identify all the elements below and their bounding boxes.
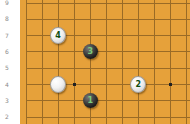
board-intersection[interactable] xyxy=(162,0,178,11)
board-intersection[interactable] xyxy=(130,0,146,11)
board-intersection[interactable] xyxy=(66,27,82,43)
board-intersection[interactable]: 3 xyxy=(82,44,98,60)
board-intersection[interactable] xyxy=(18,0,34,11)
board-intersection[interactable] xyxy=(18,44,34,60)
board-intersection[interactable] xyxy=(162,11,178,27)
board-intersection[interactable] xyxy=(178,11,190,27)
star-point xyxy=(169,83,172,86)
board-intersection[interactable] xyxy=(146,0,162,11)
board-intersection[interactable]: 1 xyxy=(82,93,98,109)
coord-label-row-7: 7 xyxy=(0,32,14,40)
board-intersection[interactable] xyxy=(18,27,34,43)
board-intersection[interactable] xyxy=(82,76,98,92)
coord-label-row-6: 6 xyxy=(0,48,14,56)
board-intersection[interactable] xyxy=(178,27,190,43)
board-intersection[interactable] xyxy=(114,27,130,43)
coord-label-row-8: 8 xyxy=(0,15,14,23)
coord-label-row-2: 2 xyxy=(0,113,14,121)
coord-label-row-9: 9 xyxy=(0,0,14,7)
board-intersection[interactable] xyxy=(98,0,114,11)
board-intersection[interactable]: 4 xyxy=(50,27,66,43)
white-stone-4-C7[interactable]: 4 xyxy=(50,27,66,44)
board-intersection[interactable] xyxy=(18,93,34,109)
board-intersection[interactable] xyxy=(50,0,66,11)
board-intersection[interactable] xyxy=(146,11,162,27)
board-intersection[interactable] xyxy=(162,93,178,109)
board-intersection[interactable] xyxy=(162,76,178,92)
board-intersection[interactable] xyxy=(18,109,34,124)
board-intersection[interactable] xyxy=(34,27,50,43)
board-intersection[interactable] xyxy=(82,0,98,11)
board-intersection[interactable] xyxy=(146,109,162,124)
board-intersection[interactable] xyxy=(18,60,34,76)
board-intersection[interactable] xyxy=(50,93,66,109)
coordinate-gutter: 98765432 xyxy=(0,0,20,124)
board-intersection[interactable] xyxy=(146,93,162,109)
board-intersection[interactable] xyxy=(162,109,178,124)
black-stone-3-E6[interactable]: 3 xyxy=(83,44,98,59)
go-board-diagram: 4321 98765432 xyxy=(0,0,190,124)
board-intersection[interactable] xyxy=(114,0,130,11)
board-intersection[interactable] xyxy=(98,76,114,92)
board-intersection[interactable] xyxy=(114,109,130,124)
coord-label-row-5: 5 xyxy=(0,64,14,72)
board-intersection[interactable] xyxy=(130,11,146,27)
board-intersection[interactable] xyxy=(50,109,66,124)
board-intersection[interactable] xyxy=(146,76,162,92)
board-intersection[interactable] xyxy=(178,93,190,109)
board-intersection[interactable] xyxy=(82,60,98,76)
board-intersection[interactable] xyxy=(178,0,190,11)
board-intersection[interactable] xyxy=(130,93,146,109)
board-intersection[interactable] xyxy=(146,27,162,43)
board-intersection[interactable] xyxy=(130,27,146,43)
board-intersection[interactable] xyxy=(66,11,82,27)
board-intersection[interactable] xyxy=(114,44,130,60)
board-intersection[interactable] xyxy=(98,11,114,27)
board-intersection[interactable] xyxy=(34,11,50,27)
board-intersection[interactable] xyxy=(50,76,66,92)
board-intersection[interactable] xyxy=(82,109,98,124)
board-intersection[interactable] xyxy=(50,11,66,27)
board-intersection[interactable] xyxy=(66,44,82,60)
board-intersection[interactable] xyxy=(178,76,190,92)
board-intersection[interactable] xyxy=(98,109,114,124)
board-intersection[interactable] xyxy=(130,109,146,124)
board-grid: 4321 xyxy=(18,0,190,124)
board-intersection[interactable] xyxy=(66,76,82,92)
board-intersection[interactable] xyxy=(178,44,190,60)
board-intersection[interactable] xyxy=(162,60,178,76)
board-intersection[interactable] xyxy=(34,44,50,60)
board-intersection[interactable] xyxy=(34,109,50,124)
board-intersection[interactable] xyxy=(130,60,146,76)
board-intersection[interactable] xyxy=(146,44,162,60)
board-intersection[interactable] xyxy=(98,93,114,109)
board-intersection[interactable] xyxy=(34,76,50,92)
board-intersection[interactable] xyxy=(114,11,130,27)
board-intersection[interactable] xyxy=(66,93,82,109)
board-intersection[interactable] xyxy=(50,60,66,76)
black-stone-1-E3[interactable]: 1 xyxy=(83,93,98,108)
board-intersection[interactable] xyxy=(82,11,98,27)
board-intersection[interactable] xyxy=(34,0,50,11)
board-intersection[interactable]: 2 xyxy=(130,76,146,92)
board-intersection[interactable] xyxy=(178,109,190,124)
board-intersection[interactable] xyxy=(18,11,34,27)
board-intersection[interactable] xyxy=(34,60,50,76)
board-intersection[interactable] xyxy=(114,60,130,76)
board-intersection[interactable] xyxy=(162,27,178,43)
board-intersection[interactable] xyxy=(162,44,178,60)
board-intersection[interactable] xyxy=(98,60,114,76)
board-intersection[interactable] xyxy=(114,93,130,109)
board-intersection[interactable] xyxy=(178,60,190,76)
board-intersection[interactable] xyxy=(130,44,146,60)
board-intersection[interactable] xyxy=(66,0,82,11)
board-intersection[interactable] xyxy=(98,27,114,43)
go-board: 4321 xyxy=(20,0,190,124)
board-intersection[interactable] xyxy=(34,93,50,109)
board-intersection[interactable] xyxy=(18,76,34,92)
board-intersection[interactable] xyxy=(66,60,82,76)
board-intersection[interactable] xyxy=(50,44,66,60)
board-intersection[interactable] xyxy=(98,44,114,60)
board-intersection[interactable] xyxy=(82,27,98,43)
board-intersection[interactable] xyxy=(114,76,130,92)
white-stone-2-H4[interactable]: 2 xyxy=(130,76,146,93)
coord-label-row-3: 3 xyxy=(0,97,14,105)
board-intersection[interactable] xyxy=(66,109,82,124)
coord-label-row-4: 4 xyxy=(0,81,14,89)
star-point xyxy=(73,83,76,86)
board-intersection[interactable] xyxy=(146,60,162,76)
white-stone-setup-C4[interactable] xyxy=(50,76,66,93)
